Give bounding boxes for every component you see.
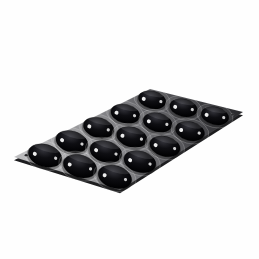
product-photo-canvas xyxy=(0,0,259,259)
silicone-mold-photo xyxy=(0,0,259,259)
